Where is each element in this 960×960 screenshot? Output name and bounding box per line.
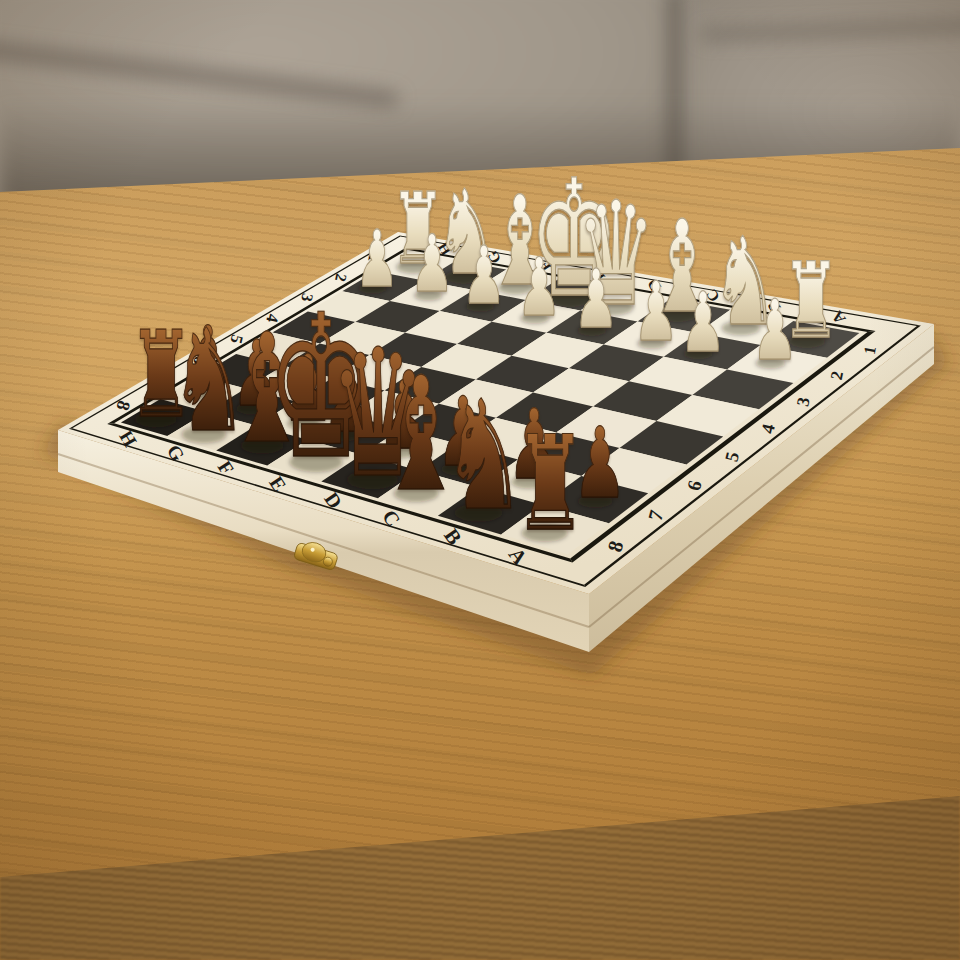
scene-photo: HHGGFFEEDDCCBBAA1122334455667788 ♜♞♝♟♟♚♟…	[0, 0, 960, 960]
chess-board: HHGGFFEEDDCCBBAA1122334455667788	[0, 0, 960, 960]
